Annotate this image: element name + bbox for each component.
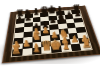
square-a1[interactable]: ♜ bbox=[12, 49, 22, 56]
square-f6[interactable]: ♞ bbox=[57, 19, 66, 24]
square-h1[interactable]: ♜ bbox=[80, 43, 91, 50]
board-inner-border: ♜♞♝♛♚♝♜♟♟♟♟♟♟♞♟♟♟♟♞♟♞♟♟♟♟♟♜♝♛♚♝♜ bbox=[11, 9, 93, 57]
perspective-scene: ♜♞♝♛♚♝♜♟♟♟♟♟♟♞♟♟♟♟♞♟♞♟♟♟♟♟♜♝♛♚♝♜ bbox=[0, 0, 100, 67]
piece-black-pawn[interactable]: ♟ bbox=[74, 10, 81, 18]
piece-white-pawn[interactable]: ♟ bbox=[41, 27, 49, 36]
square-c1[interactable]: ♝ bbox=[32, 47, 42, 54]
chess-set-photo: ♜♞♝♛♚♝♜♟♟♟♟♟♟♞♟♟♟♟♞♟♞♟♟♟♟♟♜♝♛♚♝♜ bbox=[0, 0, 100, 67]
piece-white-rook[interactable]: ♜ bbox=[80, 38, 91, 50]
piece-black-knight[interactable]: ♞ bbox=[57, 14, 66, 24]
chess-board: ♜♞♝♛♚♝♜♟♟♟♟♟♟♞♟♟♟♟♞♟♞♟♟♟♟♟♜♝♛♚♝♜ bbox=[2, 5, 100, 63]
board-rotation-wrapper: ♜♞♝♛♚♝♜♟♟♟♟♟♟♞♟♟♟♟♞♟♞♟♟♟♟♟♜♝♛♚♝♜ bbox=[0, 0, 100, 67]
piece-white-pawn[interactable]: ♟ bbox=[22, 39, 31, 48]
piece-black-king[interactable]: ♚ bbox=[47, 5, 57, 16]
piece-white-bishop[interactable]: ♝ bbox=[60, 39, 71, 51]
piece-black-pawn[interactable]: ♟ bbox=[16, 15, 23, 23]
piece-black-pawn[interactable]: ♟ bbox=[49, 17, 57, 25]
piece-white-bishop[interactable]: ♝ bbox=[31, 42, 42, 54]
piece-white-rook[interactable]: ♜ bbox=[11, 44, 22, 56]
square-h5[interactable] bbox=[75, 22, 85, 28]
square-f1[interactable]: ♝ bbox=[61, 45, 72, 52]
piece-white-pawn[interactable]: ♟ bbox=[70, 35, 79, 44]
square-d4[interactable]: ♟ bbox=[41, 30, 50, 36]
board-grid: ♜♞♝♛♚♝♜♟♟♟♟♟♟♞♟♟♟♟♞♟♞♟♟♟♟♟♜♝♛♚♝♜ bbox=[12, 10, 92, 57]
piece-black-pawn[interactable]: ♟ bbox=[65, 11, 72, 19]
piece-black-pawn[interactable]: ♟ bbox=[24, 14, 31, 22]
square-g1[interactable] bbox=[70, 44, 81, 51]
